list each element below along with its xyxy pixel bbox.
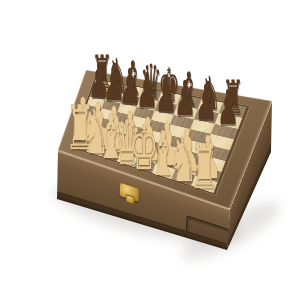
chess-set-product-photo: ♜♞♝♛♚♝♞♜♟♟♟♟♟♟♟♟♟♟♟♟♟♟♟♟♜♞♝♛♚♝♞♜ (0, 0, 300, 300)
piece-white-rook[interactable]: ♜ (190, 136, 219, 197)
brass-latch[interactable] (119, 181, 140, 202)
